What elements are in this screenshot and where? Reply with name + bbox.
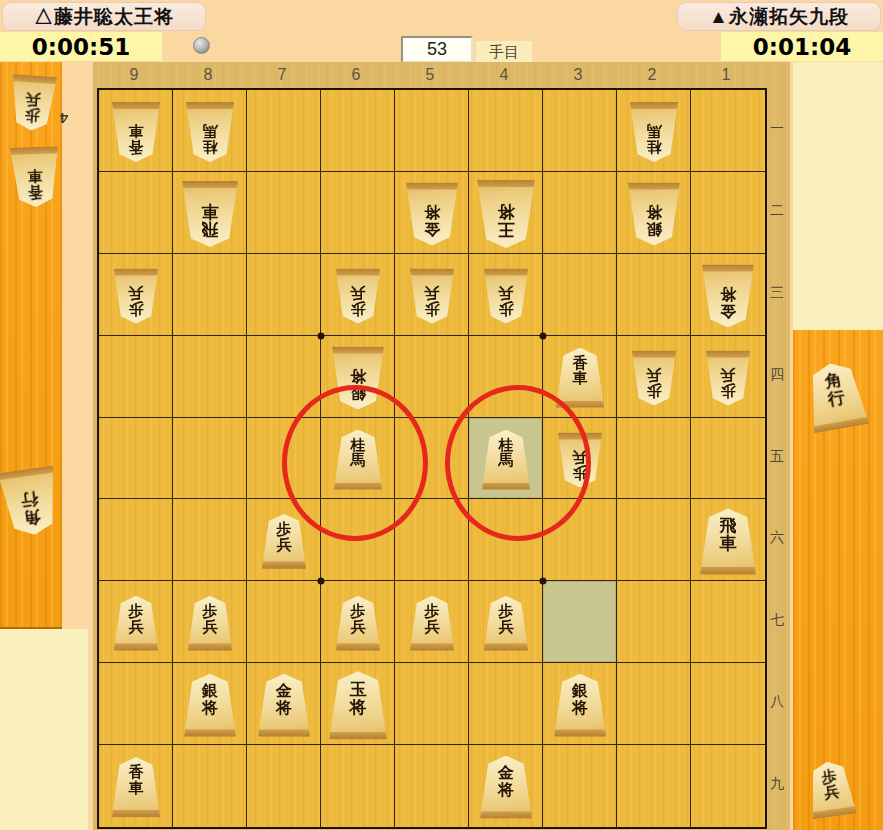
piece-kanji: 兵 — [499, 284, 514, 300]
square-8-4[interactable] — [173, 336, 247, 418]
square-8-9[interactable] — [173, 745, 247, 827]
file-label: 5 — [393, 62, 467, 88]
move-counter-suffix: 手目 — [476, 41, 532, 63]
piece-kanji: 将 — [572, 699, 588, 716]
square-1-8[interactable] — [691, 663, 765, 745]
square-7-5[interactable] — [247, 418, 321, 500]
square-5-4[interactable] — [395, 336, 469, 418]
move-counter[interactable]: 53 — [401, 36, 473, 63]
piece-kanji: 兵 — [129, 619, 144, 635]
rank-label: 一 — [765, 88, 789, 170]
piece-kanji: 王 — [498, 220, 515, 238]
piece-kanji: 兵 — [203, 619, 218, 635]
piece-kanji: 将 — [202, 699, 218, 716]
hand-piece-count: 4 — [60, 110, 68, 127]
piece-kanji: 兵 — [647, 366, 662, 382]
piece-kanji: 兵 — [129, 284, 144, 300]
piece-kanji: 桂 — [203, 138, 218, 154]
piece-kanji: 兵 — [277, 537, 292, 553]
file-label: 9 — [97, 62, 171, 88]
piece-kanji: 銀 — [350, 383, 366, 400]
star-point — [540, 578, 547, 585]
piece-kanji: 飛 — [202, 220, 219, 238]
square-4-6[interactable] — [469, 499, 543, 581]
piece-kanji: 車 — [573, 371, 588, 387]
square-7-2[interactable] — [247, 172, 321, 254]
clock-gote: 0:00:51 — [0, 32, 162, 61]
square-6-1[interactable] — [321, 90, 395, 172]
piece-kanji: 兵 — [351, 619, 366, 635]
square-9-6[interactable] — [99, 499, 173, 581]
piece-kanji: 車 — [720, 535, 737, 553]
square-5-5[interactable] — [395, 418, 469, 500]
piece-kanji: 歩 — [425, 300, 440, 316]
square-2-5[interactable] — [617, 418, 691, 500]
piece-kanji: 歩 — [647, 382, 662, 398]
file-label: 6 — [319, 62, 393, 88]
square-3-9[interactable] — [543, 745, 617, 827]
board-frame: 987654321 香車桂馬桂馬飛車金将王将銀将歩兵歩兵歩兵歩兵金将銀将香車歩兵… — [93, 62, 790, 830]
piece-kanji: 車 — [202, 202, 219, 220]
piece-kanji: 将 — [646, 203, 662, 220]
left-bottom-panel — [0, 629, 88, 830]
piece-kanji: 香 — [129, 138, 144, 154]
square-1-5[interactable] — [691, 418, 765, 500]
square-7-1[interactable] — [247, 90, 321, 172]
file-labels: 987654321 — [97, 62, 763, 88]
piece-kanji: 歩 — [573, 463, 588, 479]
piece-kanji: 馬 — [351, 453, 366, 469]
square-1-7[interactable] — [691, 581, 765, 663]
square-3-6[interactable] — [543, 499, 617, 581]
piece-kanji: 兵 — [573, 448, 588, 464]
square-5-9[interactable] — [395, 745, 469, 827]
piece-kanji: 桂 — [647, 138, 662, 154]
piece-kanji: 金 — [720, 302, 736, 319]
rank-label: 七 — [765, 579, 789, 661]
square-3-1[interactable] — [543, 90, 617, 172]
square-1-1[interactable] — [691, 90, 765, 172]
player-name-sente: ▲永瀬拓矢九段 — [677, 2, 881, 31]
square-7-3[interactable] — [247, 254, 321, 336]
piece-kanji: 兵 — [721, 366, 736, 382]
square-3-7[interactable] — [543, 581, 617, 663]
file-label: 1 — [689, 62, 763, 88]
board: 香車桂馬桂馬飛車金将王将銀将歩兵歩兵歩兵歩兵金将銀将香車歩兵歩兵桂馬桂馬歩兵歩兵… — [97, 88, 767, 829]
piece-kanji: 将 — [720, 285, 736, 302]
piece-kanji: 金 — [424, 220, 440, 237]
file-label: 7 — [245, 62, 319, 88]
square-8-6[interactable] — [173, 499, 247, 581]
square-2-6[interactable] — [617, 499, 691, 581]
star-point — [540, 332, 547, 339]
square-5-8[interactable] — [395, 663, 469, 745]
piece-kanji: 兵 — [425, 619, 440, 635]
square-7-7[interactable] — [247, 581, 321, 663]
square-5-6[interactable] — [395, 499, 469, 581]
piece-kanji: 馬 — [203, 123, 218, 139]
square-9-2[interactable] — [99, 172, 173, 254]
piece-kanji: 馬 — [647, 123, 662, 139]
rank-label: 九 — [765, 743, 789, 825]
piece-kanji: 銀 — [646, 220, 662, 237]
piece-kanji: 兵 — [823, 784, 840, 802]
square-2-8[interactable] — [617, 663, 691, 745]
square-3-3[interactable] — [543, 254, 617, 336]
piece-kanji: 車 — [129, 123, 144, 139]
square-8-5[interactable] — [173, 418, 247, 500]
piece-kanji: 歩 — [129, 300, 144, 316]
rank-label: 二 — [765, 170, 789, 252]
square-1-2[interactable] — [691, 172, 765, 254]
square-6-2[interactable] — [321, 172, 395, 254]
piece-kanji: 歩 — [721, 382, 736, 398]
star-point — [318, 332, 325, 339]
file-label: 3 — [541, 62, 615, 88]
file-label: 2 — [615, 62, 689, 88]
right-top-panel — [793, 62, 883, 330]
square-9-5[interactable] — [99, 418, 173, 500]
square-4-1[interactable] — [469, 90, 543, 172]
turn-indicator-orb — [193, 37, 210, 54]
piece-kanji: 兵 — [351, 284, 366, 300]
piece-kanji: 香 — [28, 183, 44, 199]
piece-kanji: 行 — [827, 388, 847, 408]
square-6-9[interactable] — [321, 745, 395, 827]
piece-kanji: 将 — [498, 781, 514, 798]
piece-kanji: 将 — [424, 203, 440, 220]
clock-sente: 0:01:04 — [721, 32, 883, 61]
square-2-7[interactable] — [617, 581, 691, 663]
rank-label: 六 — [765, 497, 789, 579]
rank-label: 五 — [765, 416, 789, 498]
square-7-9[interactable] — [247, 745, 321, 827]
file-label: 8 — [171, 62, 245, 88]
piece-kanji: 車 — [129, 781, 144, 797]
rank-label: 八 — [765, 661, 789, 743]
piece-kanji: 兵 — [25, 91, 41, 108]
piece-kanji: 兵 — [425, 284, 440, 300]
star-point — [318, 578, 325, 585]
piece-kanji: 歩 — [499, 300, 514, 316]
rank-labels: 一二三四五六七八九 — [765, 88, 789, 825]
square-6-6[interactable] — [321, 499, 395, 581]
square-8-3[interactable] — [173, 254, 247, 336]
square-2-9[interactable] — [617, 745, 691, 827]
piece-kanji: 歩 — [351, 300, 366, 316]
piece-kanji: 兵 — [499, 619, 514, 635]
rank-label: 三 — [765, 252, 789, 334]
square-2-3[interactable] — [617, 254, 691, 336]
player-name-gote: △藤井聡太王将 — [2, 2, 206, 31]
square-7-4[interactable] — [247, 336, 321, 418]
piece-kanji: 将 — [276, 699, 292, 716]
square-4-8[interactable] — [469, 663, 543, 745]
square-9-4[interactable] — [99, 336, 173, 418]
piece-kanji: 将 — [498, 202, 515, 220]
file-label: 4 — [467, 62, 541, 88]
square-1-9[interactable] — [691, 745, 765, 827]
piece-kanji: 馬 — [499, 453, 514, 469]
piece-kanji: 行 — [20, 490, 39, 510]
piece-kanji: 車 — [27, 168, 43, 184]
square-4-4[interactable] — [469, 336, 543, 418]
square-9-8[interactable] — [99, 663, 173, 745]
piece-kanji: 将 — [350, 699, 367, 717]
square-3-2[interactable] — [543, 172, 617, 254]
piece-kanji: 将 — [350, 367, 366, 384]
rank-label: 四 — [765, 334, 789, 416]
square-5-1[interactable] — [395, 90, 469, 172]
